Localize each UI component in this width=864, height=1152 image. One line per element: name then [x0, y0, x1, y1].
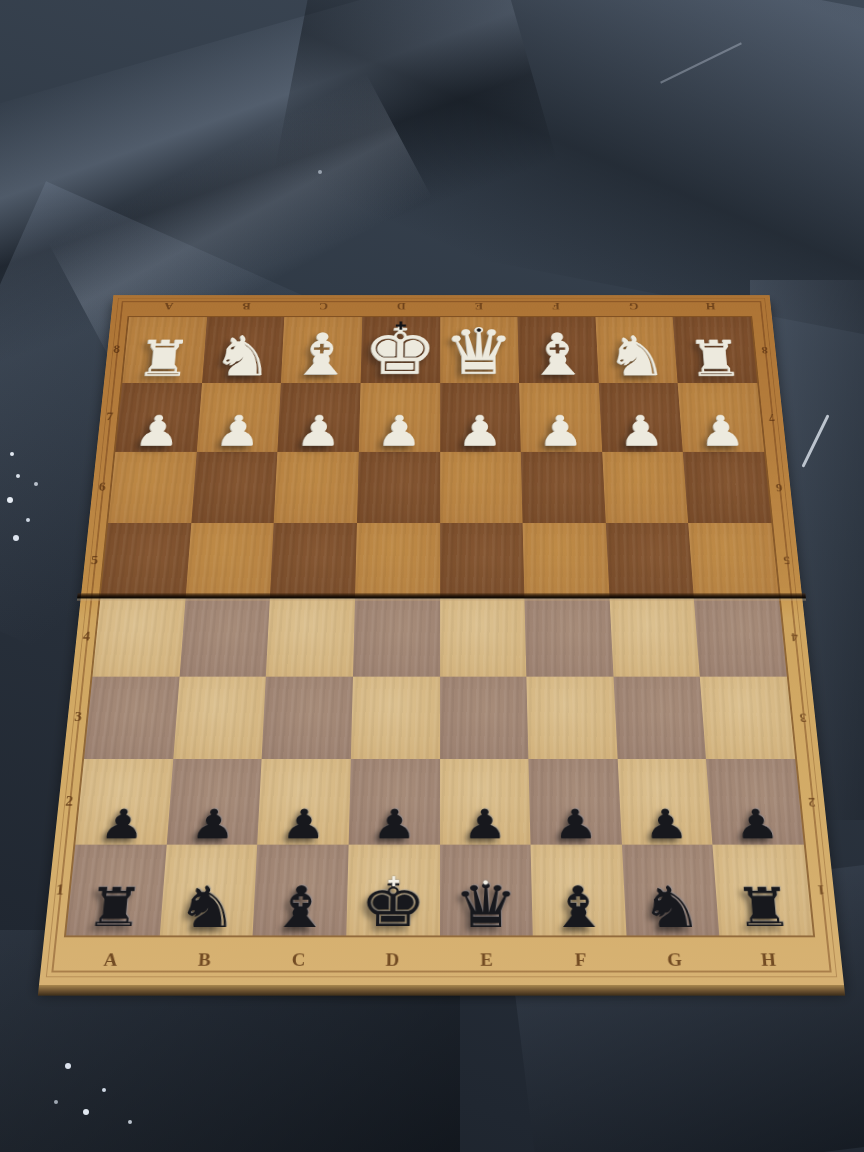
square-e1[interactable]: ♛●: [440, 845, 533, 936]
square-b7[interactable]: ♟: [196, 383, 281, 452]
square-d8[interactable]: ♚✚: [360, 317, 439, 383]
piece-black-pawn-c2[interactable]: ♟: [281, 806, 327, 844]
piece-white-pawn-h7[interactable]: ♟: [697, 411, 746, 451]
piece-white-pawn-c7[interactable]: ♟: [295, 411, 342, 451]
piece-white-pawn-b7[interactable]: ♟: [214, 411, 262, 451]
square-c2[interactable]: ♟: [257, 759, 350, 845]
square-c3[interactable]: [262, 676, 353, 758]
file-label-top-h: H: [671, 295, 750, 317]
piece-black-bishop-c1[interactable]: ♝: [269, 880, 333, 934]
piece-black-pawn-e2[interactable]: ♟: [462, 806, 507, 844]
square-e5[interactable]: [440, 523, 525, 598]
piece-black-pawn-d2[interactable]: ♟: [372, 806, 417, 844]
tarp-scratch: [660, 42, 742, 83]
square-c6[interactable]: [274, 451, 359, 523]
square-b1[interactable]: ♞: [159, 845, 257, 936]
square-f4[interactable]: [525, 598, 614, 676]
paint-specks: [10, 452, 14, 456]
piece-black-pawn-a2[interactable]: ♟: [98, 806, 146, 844]
square-d2[interactable]: ♟: [349, 759, 440, 845]
piece-black-rook-a1[interactable]: ♜: [84, 883, 147, 934]
square-b2[interactable]: ♟: [166, 759, 261, 845]
square-a5[interactable]: [100, 523, 191, 598]
square-f5[interactable]: [523, 523, 610, 598]
square-h7[interactable]: ♟: [678, 383, 764, 452]
square-a3[interactable]: [84, 676, 179, 758]
piece-black-knight-b1[interactable]: ♞: [175, 880, 240, 934]
square-e6[interactable]: [440, 451, 523, 523]
piece-white-pawn-a7[interactable]: ♟: [133, 411, 182, 451]
chess-board: ABCDEFGH8♜♞♝♚✚♛●♝♞♜87♟♟♟♟♟♟♟♟7665544332♟…: [39, 295, 844, 985]
square-e3[interactable]: [440, 676, 529, 758]
square-a8[interactable]: ♜: [122, 317, 206, 383]
square-f7[interactable]: ♟: [519, 383, 602, 452]
piece-white-king-d8[interactable]: ♚: [363, 319, 438, 382]
square-a7[interactable]: ♟: [115, 383, 201, 452]
file-label-bottom-g: G: [626, 935, 723, 985]
piece-black-knight-g1[interactable]: ♞: [639, 880, 704, 934]
piece-black-pawn-h2[interactable]: ♟: [733, 806, 781, 844]
square-d7[interactable]: ♟: [359, 383, 440, 452]
file-label-top-c: C: [284, 295, 362, 317]
piece-white-pawn-g7[interactable]: ♟: [617, 411, 665, 451]
file-label-bottom-d: D: [345, 935, 440, 985]
file-label-top-g: G: [594, 295, 673, 317]
square-e4[interactable]: [440, 598, 527, 676]
piece-black-bishop-f1[interactable]: ♝: [547, 880, 610, 934]
piece-white-knight-b8[interactable]: ♞: [211, 330, 275, 382]
square-f2[interactable]: ♟: [529, 759, 622, 845]
square-e2[interactable]: ♟: [440, 759, 531, 845]
file-label-bottom-h: H: [720, 935, 818, 985]
square-b8[interactable]: ♞: [202, 317, 285, 383]
square-g3[interactable]: [613, 676, 706, 758]
fold-seam: [77, 593, 806, 601]
square-g6[interactable]: [602, 451, 689, 523]
square-b6[interactable]: [191, 451, 278, 523]
square-h6[interactable]: [683, 451, 771, 523]
square-d4[interactable]: [353, 598, 440, 676]
square-c8[interactable]: ♝: [281, 317, 362, 383]
piece-white-rook-a8[interactable]: ♜: [134, 335, 193, 382]
file-label-top-f: F: [517, 295, 595, 317]
square-b3[interactable]: [173, 676, 266, 758]
square-a4[interactable]: [92, 598, 185, 676]
piece-white-rook-h8[interactable]: ♜: [686, 335, 745, 382]
square-h2[interactable]: ♟: [706, 759, 804, 845]
square-b4[interactable]: [179, 598, 270, 676]
square-d1[interactable]: ♚✚: [346, 845, 439, 936]
tarp-scratch: [801, 414, 829, 467]
piece-white-pawn-e7[interactable]: ♟: [457, 411, 503, 451]
square-d6[interactable]: [357, 451, 440, 523]
square-f3[interactable]: [526, 676, 617, 758]
square-e8[interactable]: ♛●: [440, 317, 519, 383]
piece-black-pawn-b2[interactable]: ♟: [190, 806, 237, 844]
board-corner: [813, 935, 844, 985]
square-h3[interactable]: [700, 676, 795, 758]
square-g7[interactable]: ♟: [599, 383, 684, 452]
square-a2[interactable]: ♟: [75, 759, 173, 845]
photo-scene: ABCDEFGH8♜♞♝♚✚♛●♝♞♜87♟♟♟♟♟♟♟♟7665544332♟…: [0, 0, 864, 1152]
square-c5[interactable]: [270, 523, 357, 598]
piece-black-king-d1[interactable]: ♚: [359, 876, 426, 935]
piece-white-pawn-f7[interactable]: ♟: [537, 411, 584, 451]
piece-white-knight-g8[interactable]: ♞: [605, 330, 669, 382]
tarp-crease: [265, 0, 864, 336]
piece-black-rook-h1[interactable]: ♜: [733, 883, 795, 934]
square-a1[interactable]: ♜: [66, 845, 166, 936]
square-d3[interactable]: [351, 676, 440, 758]
file-label-top-a: A: [129, 295, 208, 317]
piece-white-bishop-c8[interactable]: ♝: [288, 328, 354, 383]
piece-white-pawn-d7[interactable]: ♟: [376, 411, 422, 451]
file-label-bottom-f: F: [533, 935, 629, 985]
board-grid: ABCDEFGH8♜♞♝♚✚♛●♝♞♜87♟♟♟♟♟♟♟♟7665544332♟…: [39, 295, 844, 985]
square-h8[interactable]: ♜: [673, 317, 757, 383]
piece-black-queen-e1[interactable]: ♛: [453, 877, 519, 934]
file-label-bottom-a: A: [61, 935, 159, 985]
square-d5[interactable]: [355, 523, 440, 598]
square-g1[interactable]: ♞: [622, 845, 720, 936]
square-f1[interactable]: ♝: [531, 845, 627, 936]
square-g4[interactable]: [609, 598, 700, 676]
square-e7[interactable]: ♟: [440, 383, 521, 452]
square-g5[interactable]: [606, 523, 695, 598]
file-label-bottom-c: C: [250, 935, 346, 985]
square-c1[interactable]: ♝: [253, 845, 349, 936]
file-label-bottom-e: E: [440, 935, 535, 985]
square-f8[interactable]: ♝: [518, 317, 599, 383]
square-g2[interactable]: ♟: [617, 759, 712, 845]
piece-white-queen-e8[interactable]: ♛: [443, 321, 515, 382]
square-g8[interactable]: ♞: [595, 317, 678, 383]
square-h4[interactable]: [694, 598, 787, 676]
square-c7[interactable]: ♟: [278, 383, 361, 452]
file-label-bottom-b: B: [156, 935, 253, 985]
square-a6[interactable]: [108, 451, 196, 523]
piece-white-bishop-f8[interactable]: ♝: [525, 328, 591, 383]
file-label-top-b: B: [207, 295, 286, 317]
piece-black-pawn-g2[interactable]: ♟: [643, 806, 690, 844]
piece-black-pawn-f2[interactable]: ♟: [553, 806, 599, 844]
board-corner: [748, 295, 772, 317]
square-h1[interactable]: ♜: [713, 845, 813, 936]
square-f6[interactable]: [521, 451, 606, 523]
board-corner: [111, 295, 131, 317]
square-b5[interactable]: [185, 523, 274, 598]
square-c4[interactable]: [266, 598, 355, 676]
square-h5[interactable]: [688, 523, 778, 598]
